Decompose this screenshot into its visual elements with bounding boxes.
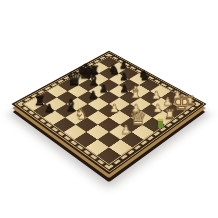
board-frame: ♜♛♚♜♟♝♞♟♝♟♟♟♞♟♞♟♝♟♟♟♛♟♟♟♜♚♜ [11,51,206,175]
white-knight-piece[interactable]: ♞ [74,107,90,122]
chess-set-photo: ♜♛♚♜♟♝♞♟♝♟♟♟♞♟♞♟♝♟♟♟♛♟♟♟♜♚♜ [0,0,218,218]
black-pawn-piece[interactable]: ♟ [86,90,101,101]
black-pawn-piece[interactable]: ♟ [42,103,57,114]
white-pawn-piece[interactable]: ♟ [118,124,134,136]
black-pawn-piece[interactable]: ♟ [117,72,131,82]
white-bishop-piece[interactable]: ♝ [128,85,143,101]
black-knight-piece[interactable]: ♞ [137,69,151,82]
white-pawn-piece[interactable]: ♟ [107,103,122,114]
white-rook-piece[interactable]: ♜ [162,108,178,122]
black-queen-piece[interactable]: ♛ [66,70,80,88]
perspective-wrapper: ♜♛♚♜♟♝♞♟♝♟♟♟♞♟♞♟♝♟♟♟♛♟♟♟♜♚♜ [0,0,218,218]
brass-clasp [158,119,163,128]
chess-board: ♜♛♚♜♟♝♞♟♝♟♟♟♞♟♞♟♝♟♟♟♛♟♟♟♜♚♜ [11,51,206,175]
chess-board-grid: ♜♛♚♜♟♝♞♟♝♟♟♟♞♟♞♟♝♟♟♟♛♟♟♟♜♚♜ [24,57,194,164]
